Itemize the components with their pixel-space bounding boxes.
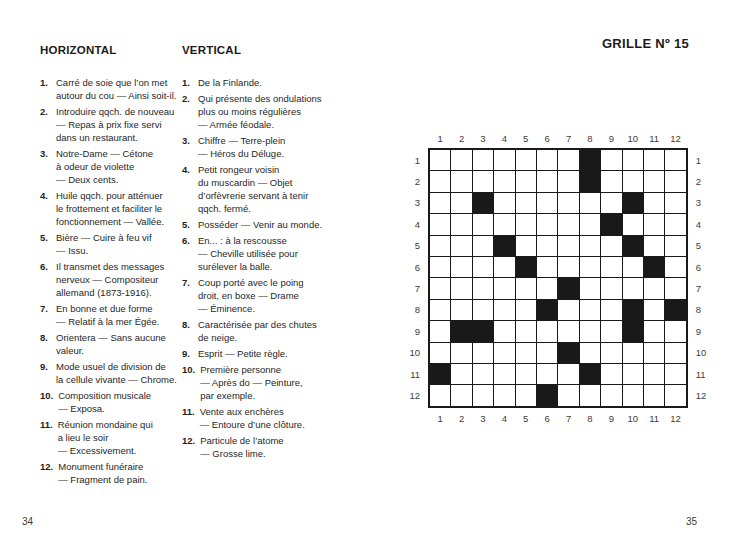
empty-cell[interactable] <box>644 385 664 405</box>
clue-text: En bonne et due forme — Relatif à la mer… <box>56 302 160 328</box>
empty-cell[interactable] <box>516 278 536 298</box>
row-label: 7 <box>415 283 420 294</box>
empty-cell[interactable] <box>601 364 621 384</box>
empty-cell[interactable] <box>537 257 557 277</box>
black-cell <box>558 278 578 298</box>
empty-cell[interactable] <box>558 193 578 213</box>
empty-cell[interactable] <box>665 193 685 213</box>
black-cell <box>580 171 600 191</box>
empty-cell[interactable] <box>644 364 664 384</box>
empty-cell[interactable] <box>601 257 621 277</box>
empty-cell[interactable] <box>537 236 557 256</box>
empty-cell[interactable] <box>537 193 557 213</box>
empty-cell[interactable] <box>558 364 578 384</box>
black-cell <box>623 300 643 320</box>
row-label: 10 <box>409 347 420 358</box>
empty-cell[interactable] <box>430 321 450 341</box>
vertical-heading: VERTICAL <box>182 44 340 56</box>
crossword-grid <box>428 148 688 408</box>
black-cell <box>623 321 643 341</box>
empty-cell[interactable] <box>601 321 621 341</box>
empty-cell[interactable] <box>558 385 578 405</box>
row-label: 1 <box>415 155 420 166</box>
empty-cell[interactable] <box>665 278 685 298</box>
clue-item: 5.Posséder — Venir au monde. <box>182 218 340 231</box>
col-label: 11 <box>644 133 664 144</box>
clue-item: 6.Il transmet des messages nerveux — Com… <box>40 260 182 299</box>
empty-cell[interactable] <box>644 321 664 341</box>
empty-cell[interactable] <box>516 300 536 320</box>
clue-text: Bière — Cuire à feu vif — Issu. <box>56 231 152 257</box>
clue-text: Composition musicale — Exposa. <box>58 389 151 415</box>
empty-cell[interactable] <box>451 171 471 191</box>
empty-cell[interactable] <box>430 214 450 234</box>
clue-number: 3. <box>40 147 51 186</box>
clue-text: Particule de l’atome — Grosse lime. <box>200 434 283 460</box>
empty-cell[interactable] <box>451 364 471 384</box>
row-labels-left: 123456789101112 <box>403 148 428 408</box>
empty-cell[interactable] <box>665 214 685 234</box>
empty-cell[interactable] <box>430 236 450 256</box>
empty-cell[interactable] <box>623 385 643 405</box>
row-label: 4 <box>415 219 420 230</box>
row-label: 4 <box>696 219 701 230</box>
clue-number: 3. <box>182 134 193 160</box>
empty-cell[interactable] <box>580 300 600 320</box>
clue-text: Qui présente des ondulations plus ou moi… <box>198 92 322 131</box>
empty-cell[interactable] <box>558 150 578 170</box>
vertical-clues-section: VERTICAL 1.De la Finlande.2.Qui présente… <box>182 44 340 463</box>
row-label: 11 <box>410 369 420 380</box>
clue-text: Mode usuel de division de la cellule viv… <box>56 360 177 386</box>
black-cell <box>580 364 600 384</box>
clue-text: En... : à la rescousse — Cheville utilis… <box>198 234 298 273</box>
clue-item: 9.Esprit — Petite règle. <box>182 347 340 360</box>
clue-text: Vente aux enchères — Entoure d’une clôtu… <box>200 405 305 431</box>
empty-cell[interactable] <box>430 150 450 170</box>
clue-item: 3.Chiffre — Terre-plein — Héros du Délug… <box>182 134 340 160</box>
empty-cell[interactable] <box>644 214 664 234</box>
empty-cell[interactable] <box>665 236 685 256</box>
empty-cell[interactable] <box>665 321 685 341</box>
empty-cell[interactable] <box>623 150 643 170</box>
row-label: 1 <box>696 155 701 166</box>
empty-cell[interactable] <box>601 278 621 298</box>
empty-cell[interactable] <box>451 385 471 405</box>
clue-number: 8. <box>182 318 193 344</box>
empty-cell[interactable] <box>601 385 621 405</box>
empty-cell[interactable] <box>580 193 600 213</box>
row-labels-right: 123456789101112 <box>688 148 713 408</box>
empty-cell[interactable] <box>644 193 664 213</box>
black-cell <box>580 150 600 170</box>
empty-cell[interactable] <box>537 278 557 298</box>
empty-cell[interactable] <box>473 214 493 234</box>
clue-number: 10. <box>182 363 195 402</box>
row-label: 5 <box>696 240 701 251</box>
col-label: 1 <box>430 133 450 144</box>
row-label: 6 <box>415 262 420 273</box>
empty-cell[interactable] <box>451 150 471 170</box>
empty-cell[interactable] <box>644 236 664 256</box>
clue-text: Esprit — Petite règle. <box>198 347 288 360</box>
page-number-right: 35 <box>686 516 697 527</box>
clue-text: Orientera — Sans aucune valeur. <box>56 331 166 357</box>
empty-cell[interactable] <box>451 257 471 277</box>
clue-number: 2. <box>40 105 51 144</box>
clue-item: 3.Notre-Dame — Cétone à odeur de violett… <box>40 147 182 186</box>
empty-cell[interactable] <box>473 171 493 191</box>
clue-number: 7. <box>40 302 51 328</box>
empty-cell[interactable] <box>473 150 493 170</box>
empty-cell[interactable] <box>644 278 664 298</box>
clue-number: 12. <box>40 460 53 486</box>
empty-cell[interactable] <box>580 257 600 277</box>
empty-cell[interactable] <box>623 278 643 298</box>
col-label: 4 <box>494 133 514 144</box>
clue-item: 12.Monument funéraire — Fragment de pain… <box>40 460 182 486</box>
col-label: 8 <box>580 413 600 424</box>
clue-number: 6. <box>182 234 193 273</box>
empty-cell[interactable] <box>494 193 514 213</box>
black-cell <box>623 193 643 213</box>
clue-item: 4.Huile qqch. pour atténuer le frottemen… <box>40 189 182 228</box>
black-cell <box>537 300 557 320</box>
horizontal-clues-section: HORIZONTAL 1.Carré de soie que l’on met … <box>40 44 182 489</box>
empty-cell[interactable] <box>558 321 578 341</box>
empty-cell[interactable] <box>473 343 493 363</box>
col-label: 5 <box>516 133 536 144</box>
clue-item: 10.Composition musicale — Exposa. <box>40 389 182 415</box>
clue-item: 7.Coup porté avec le poing droit, en box… <box>182 276 340 315</box>
clue-text: Introduire qqch. de nouveau — Repas à pr… <box>56 105 174 144</box>
col-label: 8 <box>580 133 600 144</box>
empty-cell[interactable] <box>665 171 685 191</box>
col-labels-top: 123456789101112 <box>428 129 688 148</box>
empty-cell[interactable] <box>665 150 685 170</box>
empty-cell[interactable] <box>494 214 514 234</box>
empty-cell[interactable] <box>451 214 471 234</box>
empty-cell[interactable] <box>623 364 643 384</box>
col-label: 2 <box>451 413 471 424</box>
empty-cell[interactable] <box>558 214 578 234</box>
clue-number: 4. <box>40 189 51 228</box>
clue-number: 11. <box>182 405 195 431</box>
empty-cell[interactable] <box>473 236 493 256</box>
clue-item: 8.Orientera — Sans aucune valeur. <box>40 331 182 357</box>
col-label: 7 <box>558 133 578 144</box>
col-label: 12 <box>665 413 685 424</box>
col-label: 10 <box>623 133 643 144</box>
empty-cell[interactable] <box>516 343 536 363</box>
clue-item: 10.Première personne — Après do — Peintu… <box>182 363 340 402</box>
empty-cell[interactable] <box>580 343 600 363</box>
col-label: 7 <box>558 413 578 424</box>
row-label: 2 <box>415 176 420 187</box>
clue-item: 7.En bonne et due forme — Relatif à la m… <box>40 302 182 328</box>
empty-cell[interactable] <box>665 257 685 277</box>
empty-cell[interactable] <box>644 300 664 320</box>
empty-cell[interactable] <box>494 385 514 405</box>
row-label: 2 <box>696 176 701 187</box>
clue-text: Réunion mondaine qui a lieu le soir — Ex… <box>58 418 153 457</box>
clue-text: Caractérisée par des chutes de neige. <box>198 318 317 344</box>
empty-cell[interactable] <box>430 257 450 277</box>
empty-cell[interactable] <box>558 171 578 191</box>
col-labels-bottom: 123456789101112 <box>428 408 688 427</box>
row-label: 9 <box>415 326 420 337</box>
empty-cell[interactable] <box>430 385 450 405</box>
empty-cell[interactable] <box>601 300 621 320</box>
clue-item: 12.Particule de l’atome — Grosse lime. <box>182 434 340 460</box>
empty-cell[interactable] <box>494 150 514 170</box>
clue-text: Monument funéraire — Fragment de pain. <box>58 460 147 486</box>
empty-cell[interactable] <box>430 193 450 213</box>
col-label: 6 <box>537 413 557 424</box>
clue-item: 2.Qui présente des ondulations plus ou m… <box>182 92 340 131</box>
empty-cell[interactable] <box>516 385 536 405</box>
empty-cell[interactable] <box>451 193 471 213</box>
row-label: 8 <box>415 304 420 315</box>
empty-cell[interactable] <box>580 385 600 405</box>
empty-cell[interactable] <box>580 321 600 341</box>
col-label: 9 <box>601 133 621 144</box>
empty-cell[interactable] <box>623 257 643 277</box>
clue-item: 2.Introduire qqch. de nouveau — Repas à … <box>40 105 182 144</box>
row-label: 8 <box>696 304 701 315</box>
empty-cell[interactable] <box>430 343 450 363</box>
clue-item: 1.Carré de soie que l’on met autour du c… <box>40 76 182 102</box>
row-label: 11 <box>696 369 706 380</box>
empty-cell[interactable] <box>537 364 557 384</box>
black-cell <box>558 343 578 363</box>
empty-cell[interactable] <box>580 278 600 298</box>
black-cell <box>473 321 493 341</box>
empty-cell[interactable] <box>473 278 493 298</box>
empty-cell[interactable] <box>623 214 643 234</box>
col-label: 1 <box>430 413 450 424</box>
row-label: 3 <box>696 197 701 208</box>
empty-cell[interactable] <box>516 193 536 213</box>
empty-cell[interactable] <box>558 257 578 277</box>
clue-item: 9.Mode usuel de division de la cellule v… <box>40 360 182 386</box>
row-label: 7 <box>696 283 701 294</box>
col-label: 11 <box>644 413 664 424</box>
empty-cell[interactable] <box>644 343 664 363</box>
row-label: 10 <box>696 347 707 358</box>
clue-text: Chiffre — Terre-plein — Héros du Déluge. <box>198 134 285 160</box>
row-label: 3 <box>415 197 420 208</box>
clue-number: 5. <box>182 218 193 231</box>
clue-text: Notre-Dame — Cétone à odeur de violette … <box>56 147 153 186</box>
clue-text: Carré de soie que l’on met autour du cou… <box>56 76 176 102</box>
black-cell <box>473 193 493 213</box>
empty-cell[interactable] <box>494 300 514 320</box>
empty-cell[interactable] <box>623 343 643 363</box>
empty-cell[interactable] <box>516 321 536 341</box>
clue-number: 2. <box>182 92 193 131</box>
empty-cell[interactable] <box>601 150 621 170</box>
row-label: 5 <box>415 240 420 251</box>
empty-cell[interactable] <box>473 300 493 320</box>
col-label: 9 <box>601 413 621 424</box>
clue-number: 6. <box>40 260 51 299</box>
empty-cell[interactable] <box>558 300 578 320</box>
horizontal-heading: HORIZONTAL <box>40 44 182 56</box>
empty-cell[interactable] <box>537 321 557 341</box>
col-label: 3 <box>473 413 493 424</box>
empty-cell[interactable] <box>516 214 536 234</box>
col-label: 2 <box>451 133 471 144</box>
clue-text: Coup porté avec le poing droit, en boxe … <box>198 276 304 315</box>
horizontal-clue-list: 1.Carré de soie que l’on met autour du c… <box>40 76 182 486</box>
clue-text: Huile qqch. pour atténuer le frottement … <box>56 189 164 228</box>
empty-cell[interactable] <box>601 193 621 213</box>
empty-cell[interactable] <box>601 171 621 191</box>
row-label: 12 <box>696 390 707 401</box>
col-label: 4 <box>494 413 514 424</box>
empty-cell[interactable] <box>494 321 514 341</box>
empty-cell[interactable] <box>494 171 514 191</box>
row-label: 6 <box>696 262 701 273</box>
clue-number: 7. <box>182 276 193 315</box>
empty-cell[interactable] <box>451 343 471 363</box>
empty-cell[interactable] <box>623 171 643 191</box>
col-label: 5 <box>516 413 536 424</box>
empty-cell[interactable] <box>494 278 514 298</box>
black-cell <box>516 257 536 277</box>
clue-text: De la Finlande. <box>198 76 262 89</box>
empty-cell[interactable] <box>601 343 621 363</box>
clue-text: Posséder — Venir au monde. <box>198 218 322 231</box>
clue-number: 9. <box>182 347 193 360</box>
vertical-clue-list: 1.De la Finlande.2.Qui présente des ondu… <box>182 76 340 460</box>
empty-cell[interactable] <box>601 236 621 256</box>
clue-item: 4.Petit rongeur voisin du muscardin — Ob… <box>182 163 340 215</box>
page-number-left: 34 <box>22 516 33 527</box>
crossword-board: 123456789101112 123456789101112 12345678… <box>403 129 713 427</box>
clue-text: Il transmet des messages nerveux — Compo… <box>56 260 164 299</box>
page-title: GRILLE Nº 15 <box>602 36 689 51</box>
clue-number: 12. <box>182 434 195 460</box>
col-label: 10 <box>623 413 643 424</box>
black-cell <box>623 236 643 256</box>
clue-number: 8. <box>40 331 51 357</box>
clue-number: 5. <box>40 231 51 257</box>
clue-number: 9. <box>40 360 51 386</box>
empty-cell[interactable] <box>451 278 471 298</box>
empty-cell[interactable] <box>580 236 600 256</box>
black-cell <box>430 364 450 384</box>
black-cell <box>665 300 685 320</box>
black-cell <box>451 321 471 341</box>
empty-cell[interactable] <box>580 214 600 234</box>
black-cell <box>494 236 514 256</box>
empty-cell[interactable] <box>644 171 664 191</box>
clue-number: 1. <box>40 76 51 102</box>
empty-cell[interactable] <box>451 236 471 256</box>
empty-cell[interactable] <box>516 364 536 384</box>
empty-cell[interactable] <box>430 171 450 191</box>
empty-cell[interactable] <box>665 385 685 405</box>
col-label: 3 <box>473 133 493 144</box>
black-cell <box>644 257 664 277</box>
empty-cell[interactable] <box>494 257 514 277</box>
col-label: 12 <box>665 133 685 144</box>
clue-text: Première personne — Après do — Peinture,… <box>200 363 302 402</box>
clue-number: 1. <box>182 76 193 89</box>
empty-cell[interactable] <box>451 300 471 320</box>
empty-cell[interactable] <box>473 385 493 405</box>
black-cell <box>537 385 557 405</box>
clue-item: 6.En... : à la rescousse — Cheville util… <box>182 234 340 273</box>
empty-cell[interactable] <box>644 150 664 170</box>
row-label: 9 <box>696 326 701 337</box>
black-cell <box>601 214 621 234</box>
clue-number: 11. <box>40 418 53 457</box>
empty-cell[interactable] <box>516 150 536 170</box>
clue-number: 10. <box>40 389 53 415</box>
clue-item: 1.De la Finlande. <box>182 76 340 89</box>
empty-cell[interactable] <box>558 236 578 256</box>
empty-cell[interactable] <box>494 364 514 384</box>
empty-cell[interactable] <box>430 300 450 320</box>
empty-cell[interactable] <box>537 171 557 191</box>
empty-cell[interactable] <box>516 171 536 191</box>
clue-item: 5.Bière — Cuire à feu vif — Issu. <box>40 231 182 257</box>
empty-cell[interactable] <box>537 343 557 363</box>
empty-cell[interactable] <box>537 150 557 170</box>
empty-cell[interactable] <box>516 236 536 256</box>
empty-cell[interactable] <box>430 278 450 298</box>
empty-cell[interactable] <box>473 364 493 384</box>
clue-item: 8.Caractérisée par des chutes de neige. <box>182 318 340 344</box>
col-label: 6 <box>537 133 557 144</box>
empty-cell[interactable] <box>665 343 685 363</box>
clue-number: 4. <box>182 163 193 215</box>
clue-item: 11.Réunion mondaine qui a lieu le soir —… <box>40 418 182 457</box>
empty-cell[interactable] <box>665 364 685 384</box>
clue-text: Petit rongeur voisin du muscardin — Obje… <box>198 163 308 215</box>
empty-cell[interactable] <box>494 343 514 363</box>
empty-cell[interactable] <box>537 214 557 234</box>
clue-item: 11.Vente aux enchères — Entoure d’une cl… <box>182 405 340 431</box>
empty-cell[interactable] <box>473 257 493 277</box>
row-label: 12 <box>409 390 420 401</box>
